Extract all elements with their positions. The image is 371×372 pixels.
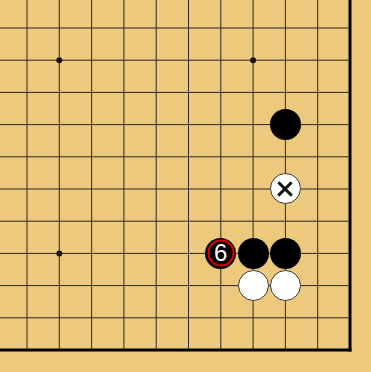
stone-white-R6[interactable] (269, 173, 301, 205)
black-stone: 6 (205, 238, 236, 269)
stone-black-P4[interactable]: 6 (205, 237, 237, 269)
black-stone (270, 109, 301, 140)
stone-black-R8[interactable] (269, 108, 301, 140)
stone-white-R3[interactable] (269, 269, 301, 301)
stone-white-Q3[interactable] (237, 269, 269, 301)
stone-black-R4[interactable] (269, 237, 301, 269)
white-stone (270, 173, 301, 204)
white-stone (238, 270, 269, 301)
black-stone (238, 238, 269, 269)
black-stone (270, 238, 301, 269)
move-number-label: 6 (214, 241, 227, 265)
go-board[interactable]: 6 (11, 12, 366, 366)
white-stone (270, 270, 301, 301)
go-diagram: 6 (0, 0, 371, 372)
x-mark-icon (276, 180, 294, 198)
stone-black-Q4[interactable] (237, 237, 269, 269)
